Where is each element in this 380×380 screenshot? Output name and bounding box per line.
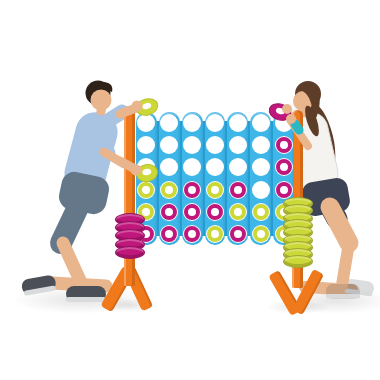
woman-hair-strand <box>302 104 321 138</box>
woman-front-thigh <box>330 207 349 243</box>
column-3[interactable] <box>182 112 203 245</box>
cell-r1-c6 <box>252 114 270 132</box>
cell-r1-c3 <box>183 114 201 132</box>
magenta-spare-disc[interactable] <box>115 246 145 259</box>
column-5[interactable] <box>227 112 248 245</box>
woman-hair-top <box>295 81 321 107</box>
cell-r4-c6 <box>252 181 270 199</box>
yellow-disc <box>253 226 269 242</box>
cell-r3-c1 <box>137 158 155 176</box>
man-right-sleeve <box>103 112 122 124</box>
man-torso <box>60 108 122 198</box>
man-front-shin <box>63 243 83 287</box>
man-left-sleeve <box>95 146 108 153</box>
man-neck <box>96 102 107 116</box>
cell-r5-c4 <box>206 203 224 221</box>
board <box>136 112 294 245</box>
yellow-disc <box>207 226 223 242</box>
cell-r2-c4 <box>206 136 224 154</box>
cell-r3-c2 <box>160 158 178 176</box>
cell-r2-c3 <box>183 136 201 154</box>
cell-r2-c5 <box>229 136 247 154</box>
man-hair <box>86 81 111 106</box>
magenta-disc <box>161 226 177 242</box>
yellow-disc <box>161 182 177 198</box>
cell-r6-c6 <box>252 225 270 243</box>
yellow-disc <box>253 204 269 220</box>
cell-r2-c7 <box>275 136 293 154</box>
woman-hair-back <box>299 100 342 176</box>
yellow-disc <box>207 182 223 198</box>
cell-r1-c4 <box>206 114 224 132</box>
magenta-disc <box>276 137 292 153</box>
man-face <box>91 90 112 111</box>
cell-r2-c1 <box>137 136 155 154</box>
cell-r6-c5 <box>229 225 247 243</box>
cell-r3-c5 <box>229 158 247 176</box>
woman-shorts-leg <box>328 203 337 219</box>
magenta-disc <box>276 159 292 175</box>
cell-r3-c6 <box>252 158 270 176</box>
woman-face <box>293 91 313 111</box>
cell-r1-c5 <box>229 114 247 132</box>
cell-r5-c3 <box>183 203 201 221</box>
magenta-disc <box>276 182 292 198</box>
column-2[interactable] <box>159 112 180 245</box>
yellow-disc <box>138 182 154 198</box>
woman-front-shin <box>342 243 349 285</box>
cell-r6-c3 <box>183 225 201 243</box>
magenta-disc <box>161 204 177 220</box>
cell-r4-c2 <box>160 181 178 199</box>
magenta-disc <box>184 182 200 198</box>
cell-r5-c6 <box>252 203 270 221</box>
magenta-disc <box>184 226 200 242</box>
cell-r4-c1 <box>137 181 155 199</box>
man-front-thigh <box>61 203 80 243</box>
cell-r3-c7 <box>275 158 293 176</box>
cell-r2-c6 <box>252 136 270 154</box>
scene <box>0 0 380 380</box>
cell-r4-c4 <box>206 181 224 199</box>
column-6[interactable] <box>250 112 271 245</box>
cell-r4-c3 <box>183 181 201 199</box>
magenta-disc <box>230 226 246 242</box>
cell-r1-c2 <box>160 114 178 132</box>
man-fringe <box>88 82 112 98</box>
cell-r1-c7 <box>275 114 293 132</box>
magenta-disc <box>207 204 223 220</box>
left-post <box>124 106 135 286</box>
yellow-disc <box>230 204 246 220</box>
cell-r4-c7 <box>275 181 293 199</box>
magenta-disc <box>184 204 200 220</box>
column-4[interactable] <box>205 112 226 245</box>
cell-r6-c4 <box>206 225 224 243</box>
cell-r5-c2 <box>160 203 178 221</box>
cell-r2-c2 <box>160 136 178 154</box>
magenta-disc <box>230 182 246 198</box>
cell-r4-c5 <box>229 181 247 199</box>
cell-r5-c5 <box>229 203 247 221</box>
cell-r3-c4 <box>206 158 224 176</box>
yellow-spare-disc[interactable] <box>283 255 313 268</box>
man-shorts <box>57 169 112 216</box>
cell-r1-c1 <box>137 114 155 132</box>
man-left-forearm <box>104 152 124 164</box>
cell-r6-c2 <box>160 225 178 243</box>
cell-r3-c3 <box>183 158 201 176</box>
